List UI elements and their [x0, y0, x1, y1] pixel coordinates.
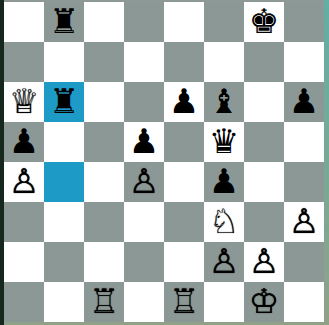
square-h4[interactable]	[284, 162, 324, 202]
square-h2[interactable]	[284, 242, 324, 282]
square-c7[interactable]	[84, 42, 124, 82]
piece-white-pawn: ♙	[9, 161, 39, 201]
square-g3[interactable]	[244, 202, 284, 242]
square-f5[interactable]: ♛	[204, 122, 244, 162]
piece-black-rook: ♜	[49, 1, 79, 41]
square-d7[interactable]	[124, 42, 164, 82]
square-h6[interactable]: ♟	[284, 82, 324, 122]
square-f7[interactable]	[204, 42, 244, 82]
piece-black-pawn: ♟	[209, 161, 239, 201]
piece-black-rook: ♜	[49, 81, 79, 121]
square-f2[interactable]: ♙	[204, 242, 244, 282]
piece-white-pawn: ♙	[209, 241, 239, 281]
square-a2[interactable]	[4, 242, 44, 282]
square-b6[interactable]: ♜	[44, 82, 84, 122]
square-b3[interactable]	[44, 202, 84, 242]
square-b8[interactable]: ♜	[44, 2, 84, 42]
piece-white-rook: ♖	[169, 281, 199, 321]
square-g5[interactable]	[244, 122, 284, 162]
square-a3[interactable]	[4, 202, 44, 242]
square-g6[interactable]	[244, 82, 284, 122]
square-c1[interactable]: ♖	[84, 282, 124, 322]
square-a8[interactable]	[4, 2, 44, 42]
square-c2[interactable]	[84, 242, 124, 282]
square-d6[interactable]	[124, 82, 164, 122]
square-e7[interactable]	[164, 42, 204, 82]
square-h1[interactable]	[284, 282, 324, 322]
square-c4[interactable]	[84, 162, 124, 202]
piece-white-rook: ♖	[89, 281, 119, 321]
square-a7[interactable]	[4, 42, 44, 82]
piece-white-pawn: ♙	[129, 161, 159, 201]
square-f6[interactable]: ♝	[204, 82, 244, 122]
square-c6[interactable]	[84, 82, 124, 122]
square-g2[interactable]: ♙	[244, 242, 284, 282]
square-h8[interactable]	[284, 2, 324, 42]
square-e1[interactable]: ♖	[164, 282, 204, 322]
square-b4[interactable]	[44, 162, 84, 202]
square-e6[interactable]: ♟	[164, 82, 204, 122]
square-a1[interactable]	[4, 282, 44, 322]
square-e4[interactable]	[164, 162, 204, 202]
piece-black-king: ♚	[249, 1, 279, 41]
square-g7[interactable]	[244, 42, 284, 82]
square-b7[interactable]	[44, 42, 84, 82]
chess-app-window: ♜♚♕♜♟♝♟♟♟♛♙♙♟♘♙♙♙♖♖♔	[0, 0, 329, 325]
square-g4[interactable]	[244, 162, 284, 202]
square-f3[interactable]: ♘	[204, 202, 244, 242]
square-d5[interactable]: ♟	[124, 122, 164, 162]
piece-black-queen: ♛	[209, 121, 239, 161]
square-a6[interactable]: ♕	[4, 82, 44, 122]
square-g1[interactable]: ♔	[244, 282, 284, 322]
square-e5[interactable]	[164, 122, 204, 162]
piece-white-queen: ♕	[9, 81, 39, 121]
square-c5[interactable]	[84, 122, 124, 162]
square-f8[interactable]	[204, 2, 244, 42]
square-c3[interactable]	[84, 202, 124, 242]
piece-black-pawn: ♟	[289, 81, 319, 121]
square-h3[interactable]: ♙	[284, 202, 324, 242]
square-e8[interactable]	[164, 2, 204, 42]
board-border-right	[324, 0, 329, 325]
square-g8[interactable]: ♚	[244, 2, 284, 42]
square-e2[interactable]	[164, 242, 204, 282]
square-f4[interactable]: ♟	[204, 162, 244, 202]
square-h7[interactable]	[284, 42, 324, 82]
piece-black-pawn: ♟	[129, 121, 159, 161]
square-d3[interactable]	[124, 202, 164, 242]
piece-white-pawn: ♙	[249, 241, 279, 281]
square-h5[interactable]	[284, 122, 324, 162]
square-d2[interactable]	[124, 242, 164, 282]
piece-black-pawn: ♟	[169, 81, 199, 121]
square-d1[interactable]	[124, 282, 164, 322]
square-b5[interactable]	[44, 122, 84, 162]
square-f1[interactable]	[204, 282, 244, 322]
piece-white-king: ♔	[249, 281, 279, 321]
square-b1[interactable]	[44, 282, 84, 322]
square-d8[interactable]	[124, 2, 164, 42]
piece-black-pawn: ♟	[9, 121, 39, 161]
square-e3[interactable]	[164, 202, 204, 242]
square-a5[interactable]: ♟	[4, 122, 44, 162]
chess-board: ♜♚♕♜♟♝♟♟♟♛♙♙♟♘♙♙♙♖♖♔	[4, 2, 324, 322]
square-b2[interactable]	[44, 242, 84, 282]
piece-white-pawn: ♙	[289, 201, 319, 241]
square-c8[interactable]	[84, 2, 124, 42]
piece-white-knight: ♘	[209, 201, 239, 241]
square-a4[interactable]: ♙	[4, 162, 44, 202]
square-d4[interactable]: ♙	[124, 162, 164, 202]
piece-black-bishop: ♝	[209, 81, 239, 121]
